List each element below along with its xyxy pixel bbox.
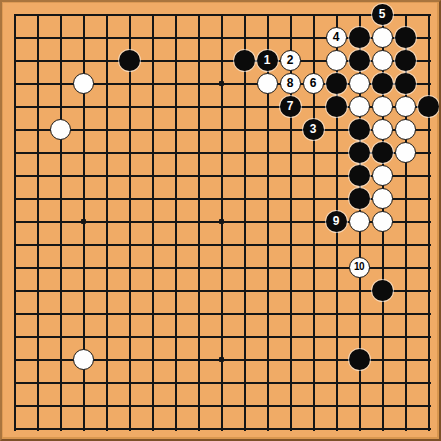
black-stone-glyph [349,27,370,48]
white-stone [325,49,348,72]
black-stone-glyph [349,142,370,163]
black-stone-glyph [349,165,370,186]
white-stone-glyph [395,96,416,117]
white-stone-move-2: 2 [279,49,302,72]
white-stone [72,348,95,371]
white-stone-glyph: 6 [303,73,324,94]
white-stone [371,95,394,118]
white-stone [371,26,394,49]
white-stone-glyph [326,50,347,71]
black-stone [371,72,394,95]
white-stone-glyph: 2 [280,50,301,71]
black-stone [348,26,371,49]
black-stone [371,141,394,164]
white-stone-glyph [349,211,370,232]
black-stone-glyph [349,349,370,370]
black-stone [348,49,371,72]
black-stone-glyph [349,50,370,71]
star-point-dot [219,357,224,362]
black-stone [233,49,256,72]
white-stone-move-4: 4 [325,26,348,49]
black-stone-move-7: 7 [279,95,302,118]
black-stone-glyph [372,280,393,301]
black-stone-glyph [326,96,347,117]
star-point-dot [219,81,224,86]
white-stone [371,210,394,233]
star-point [72,210,95,233]
star-point [210,348,233,371]
black-stone-glyph: 7 [280,96,301,117]
white-stone [348,210,371,233]
white-stone-glyph [372,50,393,71]
white-stone-glyph [372,211,393,232]
black-stone-glyph [372,142,393,163]
white-stone-glyph: 4 [326,27,347,48]
black-stone-glyph: 1 [257,50,278,71]
white-stone [371,164,394,187]
go-board: 54128673910 [0,0,441,441]
white-stone-glyph [50,119,71,140]
white-stone-glyph: 8 [280,73,301,94]
black-stone [325,72,348,95]
white-stone-glyph [349,73,370,94]
black-stone-glyph: 5 [372,4,393,25]
black-stone-glyph [395,50,416,71]
black-stone-move-5: 5 [371,3,394,26]
black-stone-glyph [349,119,370,140]
black-stone [348,141,371,164]
white-stone-glyph [73,73,94,94]
black-stone-move-1: 1 [256,49,279,72]
black-stone-move-3: 3 [302,118,325,141]
white-stone-glyph [257,73,278,94]
black-stone-glyph [119,50,140,71]
black-stone [394,49,417,72]
white-stone-glyph [372,27,393,48]
white-stone [371,49,394,72]
black-stone [118,49,141,72]
white-stone [348,72,371,95]
black-stone-glyph [326,73,347,94]
black-stone-move-9: 9 [325,210,348,233]
black-stone-glyph: 9 [326,211,347,232]
white-stone-glyph [349,96,370,117]
black-stone-glyph [418,96,439,117]
white-stone [394,141,417,164]
white-stone [371,187,394,210]
white-stone-move-8: 8 [279,72,302,95]
black-stone [348,348,371,371]
white-stone [348,95,371,118]
white-stone [256,72,279,95]
black-stone-glyph [395,73,416,94]
black-stone-glyph [395,27,416,48]
black-stone [348,187,371,210]
black-stone [371,279,394,302]
stones-layer: 54128673910 [3,3,440,440]
white-stone-glyph [73,349,94,370]
white-stone [394,118,417,141]
star-point-dot [81,219,86,224]
white-stone-move-10: 10 [348,256,371,279]
white-stone-move-6: 6 [302,72,325,95]
white-stone [49,118,72,141]
black-stone [417,95,440,118]
white-stone [72,72,95,95]
white-stone-glyph [372,165,393,186]
white-stone [371,118,394,141]
black-stone [348,118,371,141]
black-stone-glyph [372,73,393,94]
star-point [210,210,233,233]
white-stone [394,95,417,118]
black-stone [325,95,348,118]
black-stone [348,164,371,187]
white-stone-glyph [395,119,416,140]
black-stone-glyph: 3 [303,119,324,140]
white-stone-glyph [372,188,393,209]
black-stone-glyph [349,188,370,209]
black-stone [394,26,417,49]
white-stone-glyph [395,142,416,163]
black-stone-glyph [234,50,255,71]
black-stone [394,72,417,95]
star-point [210,72,233,95]
star-point-dot [219,219,224,224]
white-stone-glyph [372,119,393,140]
white-stone-glyph [372,96,393,117]
white-stone-glyph: 10 [349,257,370,278]
